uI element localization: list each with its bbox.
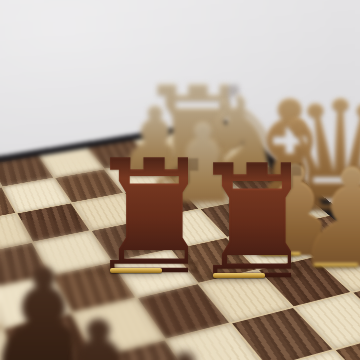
black-pawn-near-left: ♟	[0, 251, 73, 360]
pawn-icon: ♟	[114, 95, 175, 188]
white-pawn-far-right: ♟	[291, 151, 360, 287]
pawn-icon: ♟	[0, 251, 73, 360]
pawn-icon: ♟	[239, 149, 322, 274]
white-rook: ♜	[134, 67, 229, 211]
white-pawn-mid-right: ♟	[239, 149, 322, 274]
queen-icon: ♛	[272, 81, 360, 233]
white-queen-shadow	[265, 204, 360, 216]
pieces-layer: ♟♜♟♞♝♛♟♟♟♜♜♟♟♟	[0, 0, 360, 360]
white-knight: ♞	[191, 80, 268, 197]
white-pawn-front-of-rook-shadow	[149, 198, 232, 207]
bishop-icon: ♝	[223, 81, 321, 230]
rook-icon: ♜	[84, 139, 188, 296]
white-pawn-mid-right-brass-ring	[259, 252, 301, 256]
knight-icon: ♞	[191, 80, 268, 197]
black-rook-right-shadow	[179, 271, 299, 284]
white-pawn-back-left: ♟	[114, 95, 175, 188]
white-pawn-front-of-rook: ♟	[154, 110, 226, 219]
scene: ♟♜♟♞♝♛♟♟♟♜♜♟♟♟	[0, 0, 360, 360]
black-rook-right: ♜	[187, 144, 291, 301]
white-pawn-back-left-shadow	[109, 170, 179, 177]
pawn-icon: ♟	[154, 110, 226, 219]
white-queen: ♛	[272, 81, 360, 233]
black-rook-right-brass-ring	[213, 273, 265, 278]
white-pawn-edge-clipped-shadow	[335, 236, 360, 243]
white-knight-shadow	[185, 175, 274, 184]
black-rook-left-brass-ring	[110, 268, 162, 273]
white-pawn-mid-right-shadow	[232, 250, 327, 260]
pawn-icon: ♟	[339, 167, 360, 252]
white-pawn-edge-clipped: ♟	[339, 167, 360, 252]
black-rook-left-shadow	[76, 266, 196, 279]
pawn-icon: ♟	[291, 151, 360, 287]
white-pawn-far-right-shadow	[284, 261, 360, 272]
pawn-icon: ♟	[129, 338, 212, 360]
white-bishop-shadow	[216, 202, 329, 214]
white-rook-shadow	[126, 184, 235, 196]
rook-icon: ♜	[134, 67, 229, 211]
white-pawn-far-right-brass-ring	[314, 263, 359, 267]
pawn-icon: ♟	[33, 301, 129, 360]
white-bishop: ♝	[223, 81, 321, 230]
black-pawn-near-mid: ♟	[33, 301, 129, 360]
black-rook-left: ♜	[84, 139, 188, 296]
rook-icon: ♜	[187, 144, 291, 301]
black-pawn-bottom-edge: ♟	[129, 338, 212, 360]
